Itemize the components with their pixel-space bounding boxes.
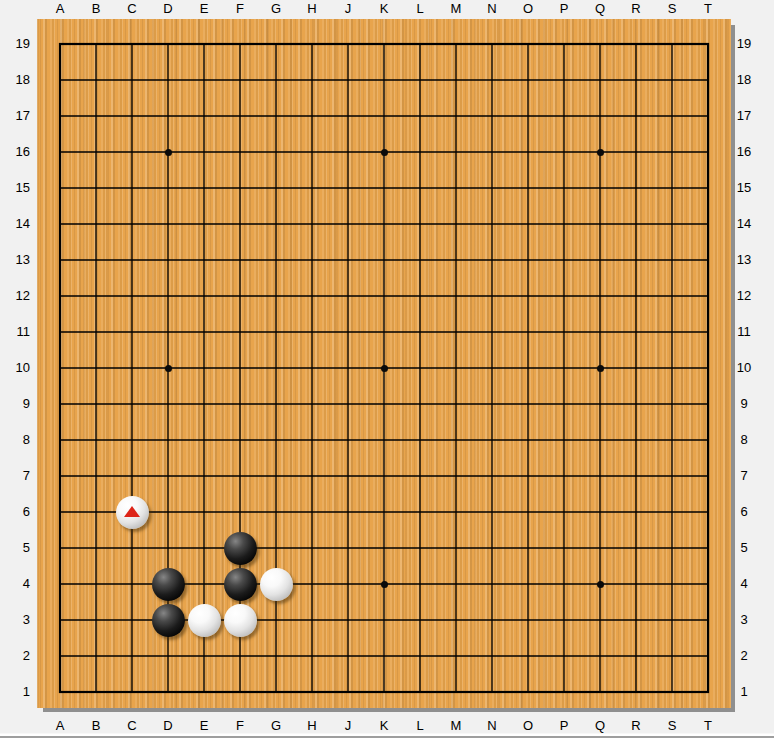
intersection-J11[interactable] [330,314,366,350]
intersection-B6[interactable] [78,494,114,530]
intersection-N5[interactable] [474,530,510,566]
intersection-D14[interactable] [150,206,186,242]
intersection-J8[interactable] [330,422,366,458]
intersection-H4[interactable] [294,566,330,602]
intersection-G17[interactable] [258,98,294,134]
intersection-H2[interactable] [294,638,330,674]
intersection-P4[interactable] [546,566,582,602]
intersection-F7[interactable] [222,458,258,494]
intersection-A1[interactable] [42,674,78,710]
intersection-Q14[interactable] [582,206,618,242]
intersection-T7[interactable] [690,458,726,494]
intersection-D12[interactable] [150,278,186,314]
intersection-J14[interactable] [330,206,366,242]
intersection-G4[interactable] [258,566,294,602]
intersection-S16[interactable] [654,134,690,170]
intersection-G14[interactable] [258,206,294,242]
intersection-E15[interactable] [186,170,222,206]
intersection-Q5[interactable] [582,530,618,566]
intersection-D9[interactable] [150,386,186,422]
intersection-Q17[interactable] [582,98,618,134]
intersection-A10[interactable] [42,350,78,386]
intersection-E16[interactable] [186,134,222,170]
intersection-J16[interactable] [330,134,366,170]
intersection-J10[interactable] [330,350,366,386]
intersection-C14[interactable] [114,206,150,242]
intersection-F9[interactable] [222,386,258,422]
intersection-A11[interactable] [42,314,78,350]
intersection-E10[interactable] [186,350,222,386]
intersection-L16[interactable] [402,134,438,170]
intersection-E1[interactable] [186,674,222,710]
intersection-P9[interactable] [546,386,582,422]
intersection-G13[interactable] [258,242,294,278]
intersection-G9[interactable] [258,386,294,422]
intersection-T18[interactable] [690,62,726,98]
intersection-Q13[interactable] [582,242,618,278]
intersection-L5[interactable] [402,530,438,566]
intersection-A4[interactable] [42,566,78,602]
intersection-H3[interactable] [294,602,330,638]
intersection-M2[interactable] [438,638,474,674]
intersection-M17[interactable] [438,98,474,134]
intersection-P3[interactable] [546,602,582,638]
intersection-C10[interactable] [114,350,150,386]
intersection-H11[interactable] [294,314,330,350]
intersection-R2[interactable] [618,638,654,674]
intersection-E8[interactable] [186,422,222,458]
intersection-T6[interactable] [690,494,726,530]
intersection-Q6[interactable] [582,494,618,530]
intersection-J13[interactable] [330,242,366,278]
intersection-F2[interactable] [222,638,258,674]
intersection-E17[interactable] [186,98,222,134]
intersection-T9[interactable] [690,386,726,422]
intersection-B8[interactable] [78,422,114,458]
intersection-T1[interactable] [690,674,726,710]
intersection-O14[interactable] [510,206,546,242]
intersection-E7[interactable] [186,458,222,494]
intersection-O19[interactable] [510,26,546,62]
intersection-T3[interactable] [690,602,726,638]
intersection-E4[interactable] [186,566,222,602]
intersection-F13[interactable] [222,242,258,278]
intersection-R16[interactable] [618,134,654,170]
intersection-F19[interactable] [222,26,258,62]
intersection-N8[interactable] [474,422,510,458]
intersection-D6[interactable] [150,494,186,530]
intersection-K18[interactable] [366,62,402,98]
intersection-H17[interactable] [294,98,330,134]
intersection-E19[interactable] [186,26,222,62]
intersection-N2[interactable] [474,638,510,674]
intersection-E14[interactable] [186,206,222,242]
intersection-N10[interactable] [474,350,510,386]
intersection-C13[interactable] [114,242,150,278]
intersection-P15[interactable] [546,170,582,206]
intersection-M12[interactable] [438,278,474,314]
intersection-S3[interactable] [654,602,690,638]
intersection-O2[interactable] [510,638,546,674]
intersection-B9[interactable] [78,386,114,422]
intersection-M13[interactable] [438,242,474,278]
intersection-P1[interactable] [546,674,582,710]
intersection-K11[interactable] [366,314,402,350]
intersection-E13[interactable] [186,242,222,278]
intersection-A6[interactable] [42,494,78,530]
intersection-K2[interactable] [366,638,402,674]
intersection-B14[interactable] [78,206,114,242]
intersection-B10[interactable] [78,350,114,386]
intersection-N3[interactable] [474,602,510,638]
intersection-H8[interactable] [294,422,330,458]
intersection-R12[interactable] [618,278,654,314]
intersection-N11[interactable] [474,314,510,350]
intersection-H9[interactable] [294,386,330,422]
intersection-N18[interactable] [474,62,510,98]
intersection-A12[interactable] [42,278,78,314]
intersection-O11[interactable] [510,314,546,350]
intersection-Q15[interactable] [582,170,618,206]
intersection-T15[interactable] [690,170,726,206]
intersection-C15[interactable] [114,170,150,206]
intersection-R1[interactable] [618,674,654,710]
intersection-G5[interactable] [258,530,294,566]
intersection-Q8[interactable] [582,422,618,458]
intersection-K19[interactable] [366,26,402,62]
intersection-D5[interactable] [150,530,186,566]
intersection-T12[interactable] [690,278,726,314]
intersection-Q19[interactable] [582,26,618,62]
intersection-H13[interactable] [294,242,330,278]
intersection-M15[interactable] [438,170,474,206]
intersection-P6[interactable] [546,494,582,530]
intersection-R8[interactable] [618,422,654,458]
intersection-A3[interactable] [42,602,78,638]
intersection-R7[interactable] [618,458,654,494]
intersection-D4[interactable] [150,566,186,602]
intersection-O18[interactable] [510,62,546,98]
intersection-L2[interactable] [402,638,438,674]
intersection-M11[interactable] [438,314,474,350]
intersection-L11[interactable] [402,314,438,350]
intersection-T4[interactable] [690,566,726,602]
intersection-M18[interactable] [438,62,474,98]
intersection-A14[interactable] [42,206,78,242]
intersection-H6[interactable] [294,494,330,530]
intersection-M19[interactable] [438,26,474,62]
intersection-D2[interactable] [150,638,186,674]
intersection-D11[interactable] [150,314,186,350]
intersection-M8[interactable] [438,422,474,458]
intersection-H7[interactable] [294,458,330,494]
intersection-S15[interactable] [654,170,690,206]
intersection-K7[interactable] [366,458,402,494]
intersection-A16[interactable] [42,134,78,170]
intersection-T8[interactable] [690,422,726,458]
intersection-J1[interactable] [330,674,366,710]
intersection-D18[interactable] [150,62,186,98]
intersection-L1[interactable] [402,674,438,710]
intersection-K9[interactable] [366,386,402,422]
intersection-Q3[interactable] [582,602,618,638]
intersection-P16[interactable] [546,134,582,170]
intersection-C3[interactable] [114,602,150,638]
intersection-M6[interactable] [438,494,474,530]
intersection-D16[interactable] [150,134,186,170]
intersection-O1[interactable] [510,674,546,710]
intersection-E18[interactable] [186,62,222,98]
intersection-L19[interactable] [402,26,438,62]
intersection-T16[interactable] [690,134,726,170]
intersection-N19[interactable] [474,26,510,62]
intersection-L3[interactable] [402,602,438,638]
intersection-B7[interactable] [78,458,114,494]
intersection-O5[interactable] [510,530,546,566]
intersection-M9[interactable] [438,386,474,422]
intersection-O6[interactable] [510,494,546,530]
intersection-C8[interactable] [114,422,150,458]
intersection-R18[interactable] [618,62,654,98]
intersection-S5[interactable] [654,530,690,566]
intersection-N14[interactable] [474,206,510,242]
intersection-F15[interactable] [222,170,258,206]
intersection-T5[interactable] [690,530,726,566]
intersection-T11[interactable] [690,314,726,350]
intersection-C6[interactable] [114,494,150,530]
intersection-C16[interactable] [114,134,150,170]
intersection-G1[interactable] [258,674,294,710]
intersection-F6[interactable] [222,494,258,530]
intersection-Q18[interactable] [582,62,618,98]
intersection-F4[interactable] [222,566,258,602]
intersection-M14[interactable] [438,206,474,242]
intersection-P5[interactable] [546,530,582,566]
intersection-K17[interactable] [366,98,402,134]
intersection-Q16[interactable] [582,134,618,170]
intersection-Q7[interactable] [582,458,618,494]
intersection-F16[interactable] [222,134,258,170]
intersection-K5[interactable] [366,530,402,566]
intersection-B2[interactable] [78,638,114,674]
intersection-T10[interactable] [690,350,726,386]
intersection-B19[interactable] [78,26,114,62]
intersection-O4[interactable] [510,566,546,602]
intersection-E2[interactable] [186,638,222,674]
intersection-E3[interactable] [186,602,222,638]
intersection-E12[interactable] [186,278,222,314]
intersection-G3[interactable] [258,602,294,638]
intersection-H12[interactable] [294,278,330,314]
intersection-O16[interactable] [510,134,546,170]
intersection-S19[interactable] [654,26,690,62]
intersection-G2[interactable] [258,638,294,674]
intersection-N7[interactable] [474,458,510,494]
intersection-H16[interactable] [294,134,330,170]
intersection-S10[interactable] [654,350,690,386]
intersection-N16[interactable] [474,134,510,170]
intersection-L8[interactable] [402,422,438,458]
intersection-H1[interactable] [294,674,330,710]
intersection-S12[interactable] [654,278,690,314]
intersection-A9[interactable] [42,386,78,422]
intersection-N4[interactable] [474,566,510,602]
intersection-S11[interactable] [654,314,690,350]
intersection-Q9[interactable] [582,386,618,422]
intersection-B12[interactable] [78,278,114,314]
intersection-F8[interactable] [222,422,258,458]
intersection-S7[interactable] [654,458,690,494]
intersection-B15[interactable] [78,170,114,206]
intersection-L18[interactable] [402,62,438,98]
intersection-C11[interactable] [114,314,150,350]
intersection-Q12[interactable] [582,278,618,314]
intersection-J4[interactable] [330,566,366,602]
intersection-P18[interactable] [546,62,582,98]
intersection-E11[interactable] [186,314,222,350]
intersection-P12[interactable] [546,278,582,314]
intersection-R10[interactable] [618,350,654,386]
intersection-J17[interactable] [330,98,366,134]
intersection-K12[interactable] [366,278,402,314]
intersection-Q4[interactable] [582,566,618,602]
intersection-S1[interactable] [654,674,690,710]
intersection-F18[interactable] [222,62,258,98]
intersection-O17[interactable] [510,98,546,134]
intersection-A19[interactable] [42,26,78,62]
intersection-O13[interactable] [510,242,546,278]
intersection-E6[interactable] [186,494,222,530]
intersection-D10[interactable] [150,350,186,386]
intersection-K1[interactable] [366,674,402,710]
intersection-H5[interactable] [294,530,330,566]
intersection-L14[interactable] [402,206,438,242]
intersection-N15[interactable] [474,170,510,206]
intersection-C4[interactable] [114,566,150,602]
intersection-L17[interactable] [402,98,438,134]
intersection-Q11[interactable] [582,314,618,350]
intersection-E9[interactable] [186,386,222,422]
intersection-K8[interactable] [366,422,402,458]
intersection-B17[interactable] [78,98,114,134]
intersection-A8[interactable] [42,422,78,458]
intersection-M10[interactable] [438,350,474,386]
intersection-R5[interactable] [618,530,654,566]
intersection-C18[interactable] [114,62,150,98]
intersection-G10[interactable] [258,350,294,386]
intersection-C1[interactable] [114,674,150,710]
intersection-R3[interactable] [618,602,654,638]
intersection-M5[interactable] [438,530,474,566]
intersection-D7[interactable] [150,458,186,494]
intersection-K13[interactable] [366,242,402,278]
intersection-J9[interactable] [330,386,366,422]
intersection-J12[interactable] [330,278,366,314]
intersection-M7[interactable] [438,458,474,494]
intersection-S2[interactable] [654,638,690,674]
intersection-G16[interactable] [258,134,294,170]
intersection-E5[interactable] [186,530,222,566]
intersection-T19[interactable] [690,26,726,62]
intersection-J5[interactable] [330,530,366,566]
intersection-O8[interactable] [510,422,546,458]
intersection-R17[interactable] [618,98,654,134]
intersection-S9[interactable] [654,386,690,422]
intersection-O12[interactable] [510,278,546,314]
intersection-H19[interactable] [294,26,330,62]
intersection-T17[interactable] [690,98,726,134]
intersection-A5[interactable] [42,530,78,566]
intersection-P7[interactable] [546,458,582,494]
intersection-F3[interactable] [222,602,258,638]
intersection-D15[interactable] [150,170,186,206]
intersection-A18[interactable] [42,62,78,98]
intersection-Q10[interactable] [582,350,618,386]
intersection-O15[interactable] [510,170,546,206]
intersection-L7[interactable] [402,458,438,494]
intersection-B5[interactable] [78,530,114,566]
intersection-N9[interactable] [474,386,510,422]
intersection-A7[interactable] [42,458,78,494]
intersection-T2[interactable] [690,638,726,674]
intersection-K16[interactable] [366,134,402,170]
intersection-M4[interactable] [438,566,474,602]
intersection-D17[interactable] [150,98,186,134]
intersection-S13[interactable] [654,242,690,278]
intersection-H14[interactable] [294,206,330,242]
intersection-R13[interactable] [618,242,654,278]
intersection-P10[interactable] [546,350,582,386]
intersection-B1[interactable] [78,674,114,710]
intersection-R4[interactable] [618,566,654,602]
intersection-G11[interactable] [258,314,294,350]
intersection-J3[interactable] [330,602,366,638]
intersection-D19[interactable] [150,26,186,62]
intersection-Q1[interactable] [582,674,618,710]
intersection-F5[interactable] [222,530,258,566]
intersection-G15[interactable] [258,170,294,206]
intersection-N17[interactable] [474,98,510,134]
intersection-J19[interactable] [330,26,366,62]
intersection-L10[interactable] [402,350,438,386]
intersection-D1[interactable] [150,674,186,710]
intersection-C12[interactable] [114,278,150,314]
intersection-G12[interactable] [258,278,294,314]
intersection-A13[interactable] [42,242,78,278]
intersection-M3[interactable] [438,602,474,638]
intersection-Q2[interactable] [582,638,618,674]
intersection-D13[interactable] [150,242,186,278]
intersection-L12[interactable] [402,278,438,314]
intersection-B3[interactable] [78,602,114,638]
intersection-G19[interactable] [258,26,294,62]
intersection-P8[interactable] [546,422,582,458]
intersection-C5[interactable] [114,530,150,566]
intersection-C9[interactable] [114,386,150,422]
intersection-C2[interactable] [114,638,150,674]
intersection-P2[interactable] [546,638,582,674]
intersection-K6[interactable] [366,494,402,530]
intersection-O10[interactable] [510,350,546,386]
intersection-L15[interactable] [402,170,438,206]
intersection-C17[interactable] [114,98,150,134]
intersection-G7[interactable] [258,458,294,494]
intersection-F11[interactable] [222,314,258,350]
intersection-F12[interactable] [222,278,258,314]
intersection-R14[interactable] [618,206,654,242]
intersection-R19[interactable] [618,26,654,62]
intersection-L13[interactable] [402,242,438,278]
